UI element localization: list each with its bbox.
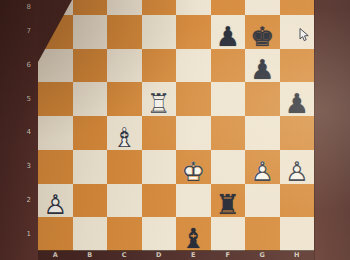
square-b3[interactable]	[73, 150, 108, 184]
square-c8[interactable]	[107, 0, 142, 15]
square-e5[interactable]	[176, 82, 211, 116]
square-h8[interactable]	[280, 0, 315, 15]
square-g7[interactable]: ♚	[245, 15, 280, 49]
square-f8[interactable]	[211, 0, 246, 15]
square-e7[interactable]	[176, 15, 211, 49]
square-b1[interactable]	[73, 217, 108, 251]
square-c3[interactable]	[107, 150, 142, 184]
piece-black-pawn-f7[interactable]: ♟	[216, 23, 240, 50]
square-g5[interactable]	[245, 82, 280, 116]
square-d1[interactable]	[142, 217, 177, 251]
square-h5[interactable]: ♟	[280, 82, 315, 116]
rank-label-7: 7	[0, 15, 37, 49]
square-f1[interactable]	[211, 217, 246, 251]
square-d7[interactable]	[142, 15, 177, 49]
square-a6[interactable]	[38, 49, 73, 83]
rank-label-8: 8	[0, 0, 37, 15]
square-c7[interactable]	[107, 15, 142, 49]
square-b7[interactable]	[73, 15, 108, 49]
square-h2[interactable]	[280, 184, 315, 218]
chess-board: ♟♚♟♜♖♟♝♗♚♔♟♙♟♙♟♙♜♝	[38, 0, 314, 251]
square-g8[interactable]	[245, 0, 280, 15]
rank-label-2: 2	[0, 184, 37, 218]
piece-black-king-g7[interactable]: ♚	[250, 23, 274, 50]
square-e8[interactable]	[176, 0, 211, 15]
square-e2[interactable]	[176, 184, 211, 218]
square-d4[interactable]	[142, 116, 177, 150]
rank-label-1: 1	[0, 217, 37, 251]
square-b6[interactable]	[73, 49, 108, 83]
file-label-d: D	[142, 251, 177, 260]
square-g4[interactable]	[245, 116, 280, 150]
square-h6[interactable]	[280, 49, 315, 83]
piece-black-bishop-e1[interactable]: ♝	[181, 225, 205, 252]
rank-label-4: 4	[0, 116, 37, 150]
square-f4[interactable]	[211, 116, 246, 150]
piece-black-pawn-h5[interactable]: ♟	[285, 90, 309, 117]
square-c1[interactable]	[107, 217, 142, 251]
piece-white-king-e3[interactable]: ♚♔	[181, 158, 205, 185]
square-e4[interactable]	[176, 116, 211, 150]
file-labels: ABCDEFGH	[38, 251, 314, 260]
square-c5[interactable]	[107, 82, 142, 116]
square-e6[interactable]	[176, 49, 211, 83]
square-g1[interactable]	[245, 217, 280, 251]
rank-label-6: 6	[0, 49, 37, 83]
square-a5[interactable]	[38, 82, 73, 116]
square-d2[interactable]	[142, 184, 177, 218]
piece-black-rook-f2[interactable]: ♜	[216, 191, 240, 218]
square-b5[interactable]	[73, 82, 108, 116]
square-d8[interactable]	[142, 0, 177, 15]
rank-label-5: 5	[0, 82, 37, 116]
square-b4[interactable]	[73, 116, 108, 150]
file-label-h: H	[280, 251, 315, 260]
square-f6[interactable]	[211, 49, 246, 83]
square-g2[interactable]	[245, 184, 280, 218]
square-a4[interactable]	[38, 116, 73, 150]
file-label-f: F	[211, 251, 246, 260]
square-f7[interactable]: ♟	[211, 15, 246, 49]
rank-label-3: 3	[0, 150, 37, 184]
square-h3[interactable]: ♟♙	[280, 150, 315, 184]
square-e1[interactable]: ♝	[176, 217, 211, 251]
piece-black-pawn-g6[interactable]: ♟	[250, 56, 274, 83]
square-f2[interactable]: ♜	[211, 184, 246, 218]
square-a1[interactable]	[38, 217, 73, 251]
square-a2[interactable]: ♟♙	[38, 184, 73, 218]
square-d6[interactable]	[142, 49, 177, 83]
square-c4[interactable]: ♝♗	[107, 116, 142, 150]
square-c6[interactable]	[107, 49, 142, 83]
file-label-c: C	[107, 251, 142, 260]
file-label-b: B	[73, 251, 108, 260]
square-c2[interactable]	[107, 184, 142, 218]
piece-white-bishop-c4[interactable]: ♝♗	[112, 124, 136, 151]
square-e3[interactable]: ♚♔	[176, 150, 211, 184]
square-b2[interactable]	[73, 184, 108, 218]
board-photo: ♟♚♟♜♖♟♝♗♚♔♟♙♟♙♟♙♜♝ 87654321 ABCDEFGH	[0, 0, 350, 260]
square-d3[interactable]	[142, 150, 177, 184]
square-g3[interactable]: ♟♙	[245, 150, 280, 184]
square-g6[interactable]: ♟	[245, 49, 280, 83]
square-h7[interactable]	[280, 15, 315, 49]
file-label-g: G	[245, 251, 280, 260]
board-frame-right	[314, 0, 350, 260]
rank-labels: 87654321	[0, 0, 37, 251]
file-label-a: A	[38, 251, 73, 260]
square-f5[interactable]	[211, 82, 246, 116]
square-d5[interactable]: ♜♖	[142, 82, 177, 116]
piece-white-rook-d5[interactable]: ♜♖	[147, 90, 171, 117]
square-a3[interactable]	[38, 150, 73, 184]
piece-white-pawn-h3[interactable]: ♟♙	[285, 158, 309, 185]
square-h4[interactable]	[280, 116, 315, 150]
square-b8[interactable]	[73, 0, 108, 15]
piece-white-pawn-a2[interactable]: ♟♙	[43, 191, 67, 218]
square-h1[interactable]	[280, 217, 315, 251]
square-f3[interactable]	[211, 150, 246, 184]
file-label-e: E	[176, 251, 211, 260]
piece-white-pawn-g3[interactable]: ♟♙	[250, 158, 274, 185]
